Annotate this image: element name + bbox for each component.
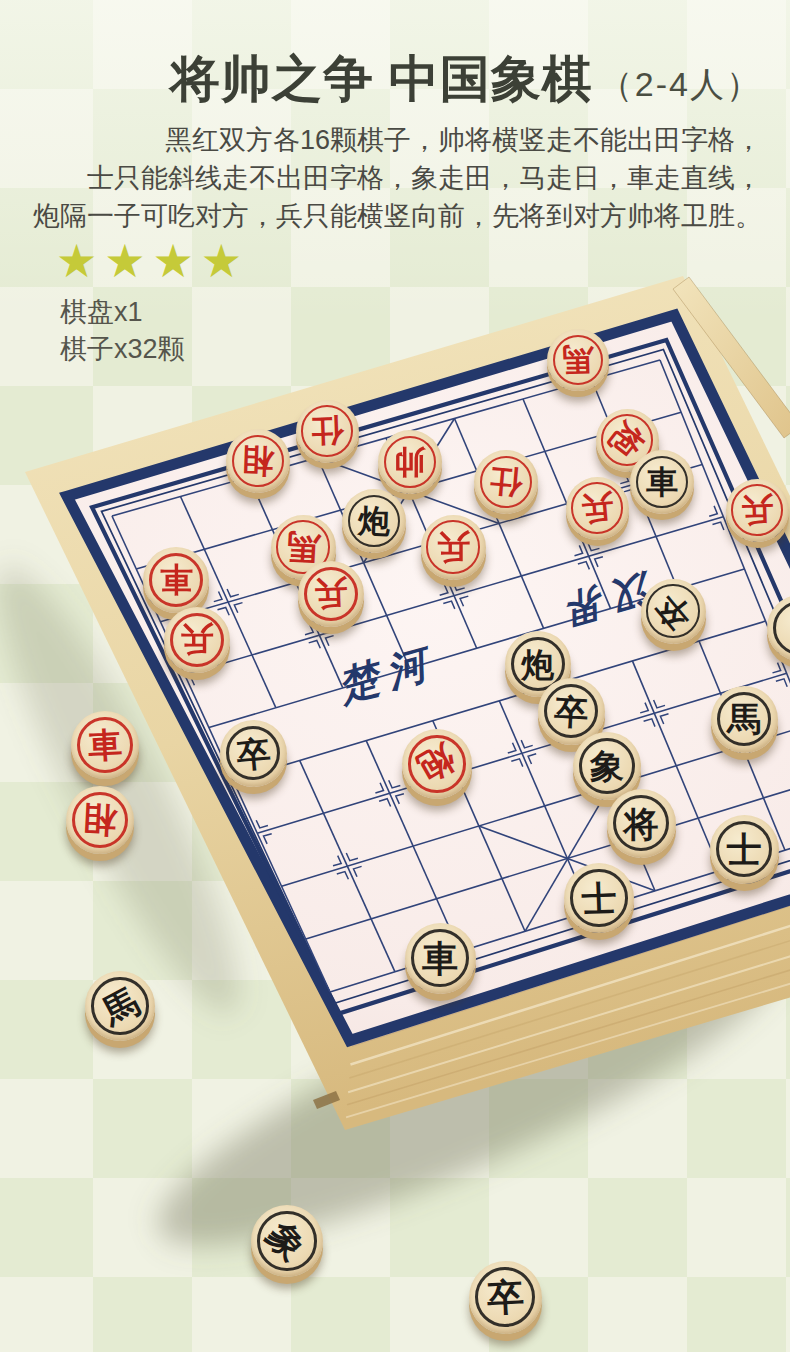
piece-character: 相: [64, 784, 135, 855]
piece-character: 将: [607, 789, 676, 858]
xiangqi-piece-red-兵: 兵: [298, 561, 364, 627]
xiangqi-piece-red-相: 相: [226, 429, 290, 493]
piece-character: 仕: [471, 447, 540, 516]
piece-character: 卒: [217, 717, 290, 790]
piece-character: 車: [405, 923, 476, 994]
xiangqi-piece-red-車: 車: [143, 547, 209, 613]
xiangqi-piece-black-車: 車: [630, 450, 694, 514]
piece-character: 馬: [711, 686, 778, 753]
xiangqi-piece-black-馬: 馬: [711, 686, 778, 753]
xiangqi-piece-black-卒: 卒: [641, 579, 706, 644]
xiangqi-piece-black-車: 車: [405, 923, 476, 994]
piece-character: 兵: [297, 560, 365, 628]
xiangqi-piece-red-仕: 仕: [474, 450, 538, 514]
piece-character: 士: [563, 862, 635, 934]
piece-character: 車: [69, 709, 140, 780]
piece-character: 仕: [294, 398, 359, 463]
piece-character: 馬: [546, 328, 610, 392]
product-page: 将帅之争 中国象棋（2-4人） 黑红双方各16颗棋子，帅将横竖走不能出田字格， …: [0, 0, 790, 1352]
piece-character: 炮: [341, 488, 407, 554]
piece-character: 車: [630, 450, 694, 514]
xiangqi-piece-black-卒: 卒: [469, 1261, 542, 1334]
xiangqi-piece-red-炮: 炮: [402, 729, 472, 799]
piece-character: 卒: [467, 1259, 544, 1336]
piece-character: 兵: [724, 477, 789, 542]
piece-character: 相: [225, 428, 291, 494]
xiangqi-piece-red-相: 相: [66, 786, 134, 854]
piece-character: 士: [710, 815, 779, 884]
piece-character: 帅: [378, 430, 442, 494]
xiangqi-piece-black-hidden: [767, 595, 790, 661]
piece-character: 兵: [164, 607, 230, 673]
xiangqi-piece-black-将: 将: [607, 789, 676, 858]
pieces-layer: 馬仕炮相帅車仕兵兵炮馬兵車兵卒兵炮卒馬車卒炮象相将士士車馬象卒: [0, 0, 790, 1352]
piece-character: 兵: [563, 474, 631, 542]
xiangqi-piece-red-仕: 仕: [296, 400, 359, 463]
piece-character: 炮: [389, 716, 485, 812]
xiangqi-piece-black-卒: 卒: [220, 720, 287, 787]
xiangqi-piece-black-士: 士: [710, 815, 779, 884]
xiangqi-piece-red-兵: 兵: [421, 515, 486, 580]
piece-character: 兵: [421, 515, 486, 580]
piece-character: 車: [143, 547, 209, 613]
xiangqi-piece-red-兵: 兵: [726, 479, 789, 542]
xiangqi-piece-black-馬: 馬: [85, 971, 155, 1041]
xiangqi-piece-black-炮: 炮: [342, 489, 406, 553]
piece-character: 馬: [73, 959, 168, 1054]
piece-character: 卒: [627, 565, 719, 657]
xiangqi-piece-red-馬: 馬: [547, 329, 609, 391]
piece-character: [767, 595, 790, 661]
xiangqi-piece-red-兵: 兵: [164, 607, 230, 673]
piece-character: 象: [236, 1190, 338, 1292]
xiangqi-piece-black-象: 象: [251, 1205, 323, 1277]
xiangqi-piece-red-帅: 帅: [378, 430, 442, 494]
xiangqi-piece-red-車: 車: [71, 711, 139, 779]
xiangqi-piece-black-士: 士: [564, 863, 634, 933]
xiangqi-piece-red-兵: 兵: [566, 477, 629, 540]
